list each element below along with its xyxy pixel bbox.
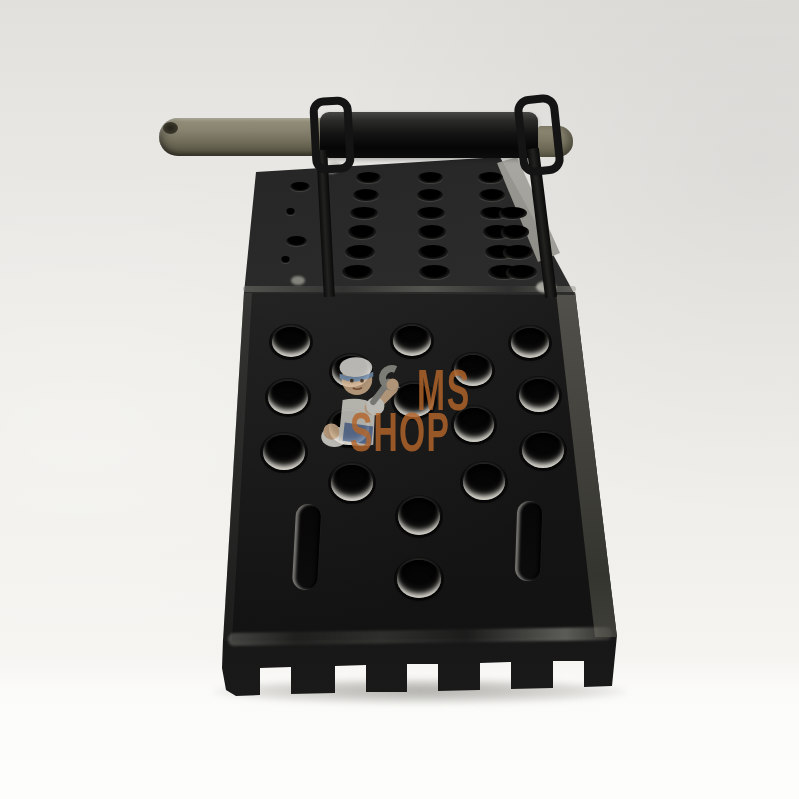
product-photo: MS SHOP (0, 0, 799, 799)
tread-hole (418, 225, 447, 238)
front-hole (263, 435, 305, 470)
tread-hole (418, 245, 448, 259)
tread-hole (417, 189, 443, 201)
tread-hole (286, 208, 295, 215)
tread-hole (281, 256, 290, 263)
top-fold-highlight (243, 286, 576, 292)
front-hole (463, 464, 505, 500)
tread-hole (345, 245, 375, 259)
mounting-slot (291, 503, 320, 590)
front-hole (522, 433, 564, 468)
tread-hole (350, 207, 377, 219)
tread-hole (419, 265, 450, 280)
tread-hole (479, 189, 505, 201)
tread-hole (501, 225, 530, 238)
watermark-line2: SHOP (350, 404, 450, 460)
front-hole (331, 465, 373, 501)
front-hole (511, 328, 549, 358)
tread-hole (342, 265, 373, 280)
floor-shadow (212, 680, 628, 704)
tread-hole (348, 225, 377, 238)
left-bracket-eye-loop (309, 96, 355, 174)
front-hole (398, 498, 440, 535)
tread-hole (499, 207, 526, 219)
front-hole (519, 379, 559, 412)
front-hole (272, 327, 310, 357)
tread-hole (478, 172, 503, 183)
front-hole (268, 381, 308, 414)
front-hole (397, 560, 441, 598)
tread-hole (417, 207, 444, 219)
tread-hole (290, 182, 310, 191)
tread-hole (503, 245, 533, 259)
tread-hole (356, 172, 381, 183)
tread-hole (418, 172, 443, 183)
tread-hole (286, 236, 307, 246)
mounting-slot (514, 501, 542, 582)
pin-end-mark (163, 122, 178, 134)
right-bracket-eye-loop (513, 93, 565, 177)
tread-hole (506, 265, 537, 280)
weld-glint (291, 276, 305, 285)
tread-hole (353, 189, 379, 201)
mounting-pin-bare-end (159, 118, 327, 156)
